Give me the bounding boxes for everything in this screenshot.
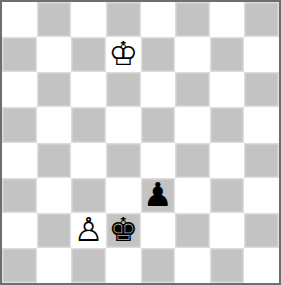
square-e5[interactable] [141,107,176,142]
square-g1[interactable] [210,248,245,283]
square-a8[interactable] [2,2,37,37]
square-g2[interactable] [210,213,245,248]
square-f6[interactable] [175,72,210,107]
square-f4[interactable] [175,143,210,178]
black-pawn-piece[interactable]: ♟ [143,178,173,211]
square-h5[interactable] [244,107,279,142]
square-g8[interactable] [210,2,245,37]
square-h6[interactable] [244,72,279,107]
square-g6[interactable] [210,72,245,107]
square-g4[interactable] [210,143,245,178]
square-e4[interactable] [141,143,176,178]
square-h7[interactable] [244,37,279,72]
square-b1[interactable] [37,248,72,283]
square-a1[interactable] [2,248,37,283]
square-b7[interactable] [37,37,72,72]
square-g5[interactable] [210,107,245,142]
square-g3[interactable] [210,178,245,213]
black-king-piece[interactable]: ♚ [108,213,138,246]
square-d1[interactable] [106,248,141,283]
square-d7[interactable]: ♔ [106,37,141,72]
square-c1[interactable] [71,248,106,283]
square-f1[interactable] [175,248,210,283]
white-king-piece[interactable]: ♔ [108,37,138,70]
square-e1[interactable] [141,248,176,283]
square-e7[interactable] [141,37,176,72]
square-e8[interactable] [141,2,176,37]
square-b3[interactable] [37,178,72,213]
square-f5[interactable] [175,107,210,142]
square-d8[interactable] [106,2,141,37]
square-f3[interactable] [175,178,210,213]
square-b4[interactable] [37,143,72,178]
chess-diagram: ♔♟♙♚ [0,0,281,285]
square-c6[interactable] [71,72,106,107]
square-f8[interactable] [175,2,210,37]
square-a7[interactable] [2,37,37,72]
square-g7[interactable] [210,37,245,72]
square-f2[interactable] [175,213,210,248]
square-c2[interactable]: ♙ [71,213,106,248]
square-a4[interactable] [2,143,37,178]
square-a5[interactable] [2,107,37,142]
square-c3[interactable] [71,178,106,213]
square-c8[interactable] [71,2,106,37]
white-pawn-piece[interactable]: ♙ [74,213,104,246]
square-d6[interactable] [106,72,141,107]
square-b2[interactable] [37,213,72,248]
square-d3[interactable] [106,178,141,213]
square-a6[interactable] [2,72,37,107]
square-b5[interactable] [37,107,72,142]
square-d4[interactable] [106,143,141,178]
square-e6[interactable] [141,72,176,107]
square-e2[interactable] [141,213,176,248]
square-f7[interactable] [175,37,210,72]
square-d2[interactable]: ♚ [106,213,141,248]
square-h8[interactable] [244,2,279,37]
square-h4[interactable] [244,143,279,178]
square-b6[interactable] [37,72,72,107]
square-h3[interactable] [244,178,279,213]
square-c4[interactable] [71,143,106,178]
square-h1[interactable] [244,248,279,283]
square-c7[interactable] [71,37,106,72]
chess-board: ♔♟♙♚ [0,0,281,285]
square-d5[interactable] [106,107,141,142]
square-b8[interactable] [37,2,72,37]
square-c5[interactable] [71,107,106,142]
square-h2[interactable] [244,213,279,248]
square-a3[interactable] [2,178,37,213]
square-e3[interactable]: ♟ [141,178,176,213]
square-a2[interactable] [2,213,37,248]
